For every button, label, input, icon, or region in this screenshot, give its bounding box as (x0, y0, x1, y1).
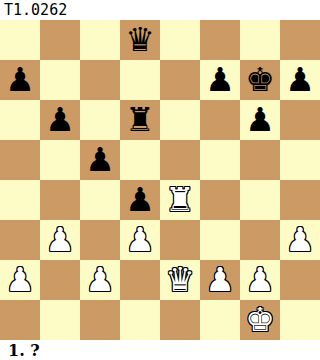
square-c8[interactable] (80, 20, 120, 60)
black-king-piece: ♚ (245, 60, 275, 100)
square-c1[interactable] (80, 300, 120, 340)
square-c4[interactable] (80, 180, 120, 220)
square-b7[interactable] (40, 60, 80, 100)
black-pawn-piece: ♟ (85, 140, 115, 180)
square-c2[interactable]: ♟ (80, 260, 120, 300)
status-bar: 1. ? (0, 340, 320, 360)
square-c7[interactable] (80, 60, 120, 100)
square-b8[interactable] (40, 20, 80, 60)
square-e1[interactable] (160, 300, 200, 340)
black-pawn-piece: ♟ (125, 180, 155, 220)
square-f7[interactable]: ♟ (200, 60, 240, 100)
white-queen-piece: ♛ (165, 260, 195, 300)
square-e8[interactable] (160, 20, 200, 60)
square-f6[interactable] (200, 100, 240, 140)
black-rook-piece: ♜ (125, 100, 155, 140)
square-f2[interactable]: ♟ (200, 260, 240, 300)
black-queen-piece: ♛ (125, 20, 155, 60)
black-pawn-piece: ♟ (5, 60, 35, 100)
square-f1[interactable] (200, 300, 240, 340)
square-h4[interactable] (280, 180, 320, 220)
square-a6[interactable] (0, 100, 40, 140)
square-a8[interactable] (0, 20, 40, 60)
square-d2[interactable] (120, 260, 160, 300)
black-pawn-piece: ♟ (285, 60, 315, 100)
square-a4[interactable] (0, 180, 40, 220)
square-c6[interactable] (80, 100, 120, 140)
square-b2[interactable] (40, 260, 80, 300)
square-h6[interactable] (280, 100, 320, 140)
square-h8[interactable] (280, 20, 320, 60)
white-pawn-piece: ♟ (285, 220, 315, 260)
square-a7[interactable]: ♟ (0, 60, 40, 100)
square-b6[interactable]: ♟ (40, 100, 80, 140)
square-c5[interactable]: ♟ (80, 140, 120, 180)
square-h1[interactable] (280, 300, 320, 340)
square-e2[interactable]: ♛ (160, 260, 200, 300)
square-f4[interactable] (200, 180, 240, 220)
square-h3[interactable]: ♟ (280, 220, 320, 260)
square-a3[interactable] (0, 220, 40, 260)
square-g4[interactable] (240, 180, 280, 220)
black-pawn-piece: ♟ (45, 100, 75, 140)
square-d6[interactable]: ♜ (120, 100, 160, 140)
white-rook-piece: ♜ (165, 180, 195, 220)
square-e4[interactable]: ♜ (160, 180, 200, 220)
chess-board: ♛♟♟♚♟♟♜♟♟♟♜♟♟♟♟♟♛♟♟♚ (0, 20, 320, 340)
square-d7[interactable] (120, 60, 160, 100)
square-e7[interactable] (160, 60, 200, 100)
move-prompt: 1. ? (8, 341, 40, 360)
white-pawn-piece: ♟ (125, 220, 155, 260)
square-b1[interactable] (40, 300, 80, 340)
square-g7[interactable]: ♚ (240, 60, 280, 100)
square-f8[interactable] (200, 20, 240, 60)
white-pawn-piece: ♟ (85, 260, 115, 300)
square-g8[interactable] (240, 20, 280, 60)
white-pawn-piece: ♟ (5, 260, 35, 300)
title-bar: T1.0262 (0, 0, 320, 20)
square-b3[interactable]: ♟ (40, 220, 80, 260)
square-b5[interactable] (40, 140, 80, 180)
square-e5[interactable] (160, 140, 200, 180)
square-a2[interactable]: ♟ (0, 260, 40, 300)
square-g1[interactable]: ♚ (240, 300, 280, 340)
white-pawn-piece: ♟ (45, 220, 75, 260)
square-e6[interactable] (160, 100, 200, 140)
white-pawn-piece: ♟ (245, 260, 275, 300)
white-pawn-piece: ♟ (205, 260, 235, 300)
square-f3[interactable] (200, 220, 240, 260)
black-pawn-piece: ♟ (205, 60, 235, 100)
puzzle-id: T1.0262 (4, 1, 67, 19)
square-h2[interactable] (280, 260, 320, 300)
white-king-piece: ♚ (245, 300, 275, 340)
square-e3[interactable] (160, 220, 200, 260)
square-g6[interactable]: ♟ (240, 100, 280, 140)
square-a5[interactable] (0, 140, 40, 180)
square-h5[interactable] (280, 140, 320, 180)
square-d3[interactable]: ♟ (120, 220, 160, 260)
square-d5[interactable] (120, 140, 160, 180)
square-b4[interactable] (40, 180, 80, 220)
square-f5[interactable] (200, 140, 240, 180)
black-pawn-piece: ♟ (245, 100, 275, 140)
square-c3[interactable] (80, 220, 120, 260)
square-g5[interactable] (240, 140, 280, 180)
square-d8[interactable]: ♛ (120, 20, 160, 60)
chess-trainer-window: T1.0262 ♛♟♟♚♟♟♜♟♟♟♜♟♟♟♟♟♛♟♟♚ 1. ? (0, 0, 320, 360)
square-h7[interactable]: ♟ (280, 60, 320, 100)
square-d1[interactable] (120, 300, 160, 340)
square-g2[interactable]: ♟ (240, 260, 280, 300)
square-a1[interactable] (0, 300, 40, 340)
square-d4[interactable]: ♟ (120, 180, 160, 220)
square-g3[interactable] (240, 220, 280, 260)
